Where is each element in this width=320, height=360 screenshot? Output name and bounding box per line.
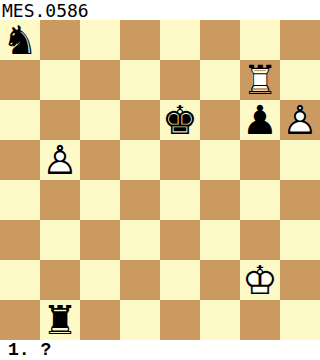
black-king-icon[interactable]: ♚ (160, 100, 200, 140)
square-a7[interactable] (0, 60, 40, 100)
square-e1[interactable] (160, 300, 200, 340)
black-knight-glyph: ♞ (0, 20, 40, 60)
chess-board: ♞♜♖♚♟♟♙♟♙♚♔♜ (0, 20, 320, 340)
black-rook-glyph: ♜ (40, 300, 80, 340)
square-h6[interactable]: ♟♙ (280, 100, 320, 140)
square-d8[interactable] (120, 20, 160, 60)
square-b4[interactable] (40, 180, 80, 220)
square-c5[interactable] (80, 140, 120, 180)
square-e3[interactable] (160, 220, 200, 260)
square-g4[interactable] (240, 180, 280, 220)
square-g8[interactable] (240, 20, 280, 60)
white-pawn-icon[interactable]: ♟♙ (280, 100, 320, 140)
square-e5[interactable] (160, 140, 200, 180)
square-d6[interactable] (120, 100, 160, 140)
white-pawn-outline: ♙ (280, 100, 320, 140)
move-prompt: 1. ? (0, 340, 320, 360)
black-pawn-glyph: ♟ (240, 100, 280, 140)
square-f5[interactable] (200, 140, 240, 180)
white-rook-outline: ♖ (240, 60, 280, 100)
square-c8[interactable] (80, 20, 120, 60)
black-pawn-icon[interactable]: ♟ (240, 100, 280, 140)
square-f3[interactable] (200, 220, 240, 260)
square-d2[interactable] (120, 260, 160, 300)
square-a1[interactable] (0, 300, 40, 340)
square-e8[interactable] (160, 20, 200, 60)
square-f7[interactable] (200, 60, 240, 100)
square-a2[interactable] (0, 260, 40, 300)
black-king-glyph: ♚ (160, 100, 200, 140)
square-b3[interactable] (40, 220, 80, 260)
square-a4[interactable] (0, 180, 40, 220)
square-f2[interactable] (200, 260, 240, 300)
square-g7[interactable]: ♜♖ (240, 60, 280, 100)
square-c3[interactable] (80, 220, 120, 260)
square-d4[interactable] (120, 180, 160, 220)
square-c2[interactable] (80, 260, 120, 300)
square-h8[interactable] (280, 20, 320, 60)
square-d1[interactable] (120, 300, 160, 340)
square-c4[interactable] (80, 180, 120, 220)
square-b8[interactable] (40, 20, 80, 60)
square-a8[interactable]: ♞ (0, 20, 40, 60)
square-g1[interactable] (240, 300, 280, 340)
square-h3[interactable] (280, 220, 320, 260)
square-d3[interactable] (120, 220, 160, 260)
square-g3[interactable] (240, 220, 280, 260)
square-c1[interactable] (80, 300, 120, 340)
square-e6[interactable]: ♚ (160, 100, 200, 140)
diagram-title: MES.0586 (0, 0, 320, 20)
square-h7[interactable] (280, 60, 320, 100)
square-b2[interactable] (40, 260, 80, 300)
square-g6[interactable]: ♟ (240, 100, 280, 140)
square-a3[interactable] (0, 220, 40, 260)
square-h5[interactable] (280, 140, 320, 180)
white-pawn-outline: ♙ (40, 140, 80, 180)
square-h4[interactable] (280, 180, 320, 220)
square-e7[interactable] (160, 60, 200, 100)
white-king-icon[interactable]: ♚♔ (240, 260, 280, 300)
square-h2[interactable] (280, 260, 320, 300)
square-g2[interactable]: ♚♔ (240, 260, 280, 300)
black-knight-icon[interactable]: ♞ (0, 20, 40, 60)
square-b5[interactable]: ♟♙ (40, 140, 80, 180)
square-d5[interactable] (120, 140, 160, 180)
square-c6[interactable] (80, 100, 120, 140)
square-g5[interactable] (240, 140, 280, 180)
white-king-outline: ♔ (240, 260, 280, 300)
square-f1[interactable] (200, 300, 240, 340)
square-d7[interactable] (120, 60, 160, 100)
white-rook-icon[interactable]: ♜♖ (240, 60, 280, 100)
black-rook-icon[interactable]: ♜ (40, 300, 80, 340)
square-a5[interactable] (0, 140, 40, 180)
square-b1[interactable]: ♜ (40, 300, 80, 340)
square-c7[interactable] (80, 60, 120, 100)
square-b6[interactable] (40, 100, 80, 140)
square-e4[interactable] (160, 180, 200, 220)
square-h1[interactable] (280, 300, 320, 340)
square-f4[interactable] (200, 180, 240, 220)
square-f6[interactable] (200, 100, 240, 140)
square-e2[interactable] (160, 260, 200, 300)
white-pawn-icon[interactable]: ♟♙ (40, 140, 80, 180)
square-b7[interactable] (40, 60, 80, 100)
square-a6[interactable] (0, 100, 40, 140)
square-f8[interactable] (200, 20, 240, 60)
